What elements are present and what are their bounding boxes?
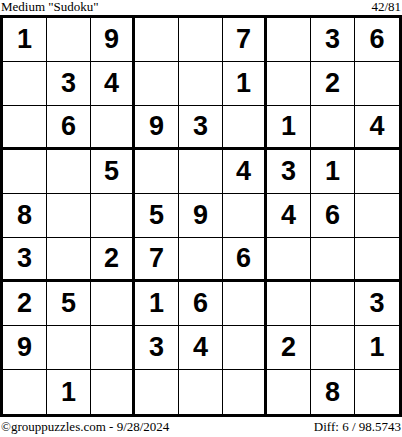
cell-r1c1-given[interactable]: 1 bbox=[3, 18, 47, 62]
cell-r9c2-given[interactable]: 1 bbox=[47, 370, 91, 414]
sudoku-board: 197363412693145431859463276251639342118 bbox=[0, 15, 402, 417]
cell-r1c3-given[interactable]: 9 bbox=[91, 18, 135, 62]
cell-r2c6-given[interactable]: 1 bbox=[223, 62, 267, 106]
cell-r7c5-given[interactable]: 6 bbox=[179, 282, 223, 326]
cell-r8c7-given[interactable]: 2 bbox=[267, 326, 311, 370]
cell-r1c7-empty[interactable] bbox=[267, 18, 311, 62]
cell-r7c7-empty[interactable] bbox=[267, 282, 311, 326]
header: Medium "Sudoku" 42/81 bbox=[0, 0, 402, 15]
cell-r3c7-given[interactable]: 1 bbox=[267, 106, 311, 150]
cell-r9c7-empty[interactable] bbox=[267, 370, 311, 414]
cell-r9c1-empty[interactable] bbox=[3, 370, 47, 414]
cell-r4c2-empty[interactable] bbox=[47, 150, 91, 194]
cell-r5c9-empty[interactable] bbox=[355, 194, 399, 238]
cell-r7c6-empty[interactable] bbox=[223, 282, 267, 326]
cell-r3c3-empty[interactable] bbox=[91, 106, 135, 150]
cell-r4c1-empty[interactable] bbox=[3, 150, 47, 194]
sudoku-page: Medium "Sudoku" 42/81 197363412693145431… bbox=[0, 0, 402, 437]
footer: ©grouppuzzles.com - 9/28/2024 Diff: 6 / … bbox=[0, 417, 402, 437]
cell-r2c3-given[interactable]: 4 bbox=[91, 62, 135, 106]
cell-r5c3-empty[interactable] bbox=[91, 194, 135, 238]
cell-r5c1-given[interactable]: 8 bbox=[3, 194, 47, 238]
cell-r2c7-empty[interactable] bbox=[267, 62, 311, 106]
cell-r8c2-empty[interactable] bbox=[47, 326, 91, 370]
cell-r4c4-empty[interactable] bbox=[135, 150, 179, 194]
cell-r1c4-empty[interactable] bbox=[135, 18, 179, 62]
cell-r6c1-given[interactable]: 3 bbox=[3, 238, 47, 282]
cell-r9c5-empty[interactable] bbox=[179, 370, 223, 414]
cell-r2c5-empty[interactable] bbox=[179, 62, 223, 106]
cell-r4c8-given[interactable]: 1 bbox=[311, 150, 355, 194]
cell-r6c9-empty[interactable] bbox=[355, 238, 399, 282]
cell-r3c4-given[interactable]: 9 bbox=[135, 106, 179, 150]
cell-r8c8-empty[interactable] bbox=[311, 326, 355, 370]
cell-r4c3-given[interactable]: 5 bbox=[91, 150, 135, 194]
cell-r1c6-given[interactable]: 7 bbox=[223, 18, 267, 62]
cell-r3c2-given[interactable]: 6 bbox=[47, 106, 91, 150]
cell-r7c3-empty[interactable] bbox=[91, 282, 135, 326]
cell-r5c8-given[interactable]: 6 bbox=[311, 194, 355, 238]
cell-r7c2-given[interactable]: 5 bbox=[47, 282, 91, 326]
cell-r5c5-given[interactable]: 9 bbox=[179, 194, 223, 238]
difficulty-text: Diff: 6 / 98.5743 bbox=[314, 419, 401, 435]
cell-r4c7-given[interactable]: 3 bbox=[267, 150, 311, 194]
cell-r5c4-given[interactable]: 5 bbox=[135, 194, 179, 238]
cell-r5c6-empty[interactable] bbox=[223, 194, 267, 238]
cell-r9c8-given[interactable]: 8 bbox=[311, 370, 355, 414]
cell-r5c7-given[interactable]: 4 bbox=[267, 194, 311, 238]
cell-r2c8-given[interactable]: 2 bbox=[311, 62, 355, 106]
cell-r1c5-empty[interactable] bbox=[179, 18, 223, 62]
cell-r3c6-empty[interactable] bbox=[223, 106, 267, 150]
cell-r2c4-empty[interactable] bbox=[135, 62, 179, 106]
cell-r1c9-given[interactable]: 6 bbox=[355, 18, 399, 62]
cell-r6c6-given[interactable]: 6 bbox=[223, 238, 267, 282]
cell-r1c2-empty[interactable] bbox=[47, 18, 91, 62]
cell-r3c1-empty[interactable] bbox=[3, 106, 47, 150]
cell-r9c6-empty[interactable] bbox=[223, 370, 267, 414]
puzzle-counter: 42/81 bbox=[371, 0, 401, 13]
cell-r4c6-given[interactable]: 4 bbox=[223, 150, 267, 194]
copyright-text: ©grouppuzzles.com - 9/28/2024 bbox=[1, 419, 169, 435]
cell-r2c1-empty[interactable] bbox=[3, 62, 47, 106]
cell-r3c8-empty[interactable] bbox=[311, 106, 355, 150]
cell-r8c6-empty[interactable] bbox=[223, 326, 267, 370]
cell-r8c9-given[interactable]: 1 bbox=[355, 326, 399, 370]
cell-r6c5-empty[interactable] bbox=[179, 238, 223, 282]
cell-r4c9-empty[interactable] bbox=[355, 150, 399, 194]
cell-r6c3-given[interactable]: 2 bbox=[91, 238, 135, 282]
cell-r9c4-empty[interactable] bbox=[135, 370, 179, 414]
cell-r4c5-empty[interactable] bbox=[179, 150, 223, 194]
cell-r8c1-given[interactable]: 9 bbox=[3, 326, 47, 370]
cell-r6c8-empty[interactable] bbox=[311, 238, 355, 282]
cell-r8c5-given[interactable]: 4 bbox=[179, 326, 223, 370]
cell-r2c9-empty[interactable] bbox=[355, 62, 399, 106]
cell-r8c3-empty[interactable] bbox=[91, 326, 135, 370]
cell-r8c4-given[interactable]: 3 bbox=[135, 326, 179, 370]
cell-r6c2-empty[interactable] bbox=[47, 238, 91, 282]
cell-r9c3-empty[interactable] bbox=[91, 370, 135, 414]
cell-r9c9-empty[interactable] bbox=[355, 370, 399, 414]
cell-r7c8-empty[interactable] bbox=[311, 282, 355, 326]
cell-r6c7-empty[interactable] bbox=[267, 238, 311, 282]
cell-r7c9-given[interactable]: 3 bbox=[355, 282, 399, 326]
cell-r3c5-given[interactable]: 3 bbox=[179, 106, 223, 150]
cell-r3c9-given[interactable]: 4 bbox=[355, 106, 399, 150]
cell-r6c4-given[interactable]: 7 bbox=[135, 238, 179, 282]
cell-r7c4-given[interactable]: 1 bbox=[135, 282, 179, 326]
cell-r2c2-given[interactable]: 3 bbox=[47, 62, 91, 106]
cell-r1c8-given[interactable]: 3 bbox=[311, 18, 355, 62]
cell-r5c2-empty[interactable] bbox=[47, 194, 91, 238]
page-title: Medium "Sudoku" bbox=[1, 0, 99, 13]
cell-r7c1-given[interactable]: 2 bbox=[3, 282, 47, 326]
